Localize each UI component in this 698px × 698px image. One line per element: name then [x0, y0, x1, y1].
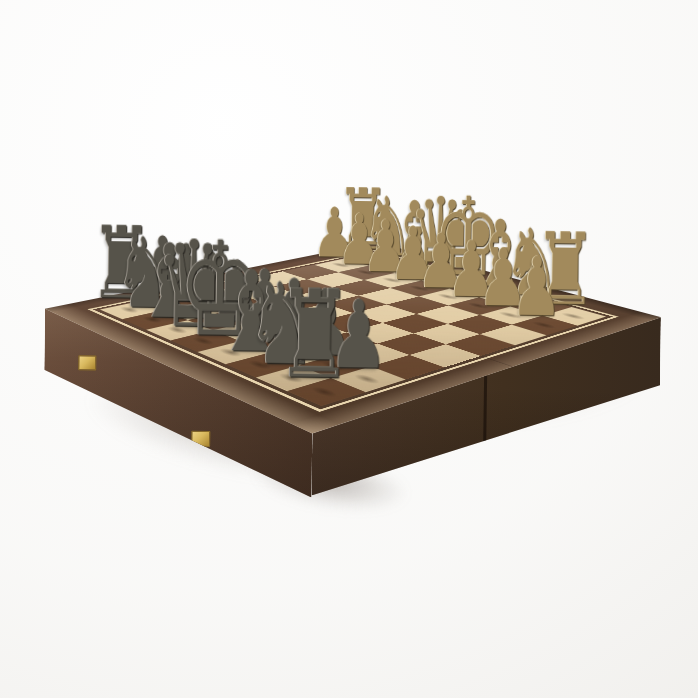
- product-photo: Folding walnut and maple chess box photo…: [0, 0, 698, 698]
- chess-board: ♜♞♝♛♚♝♞♜♟♟♟♟♟♟♟♟♟♟♟♟♟♟♟♟♜♞♝♛♚♝♞♜: [45, 242, 662, 433]
- white-pawn: ♟: [510, 248, 563, 326]
- board-grid: ♜♞♝♛♚♝♞♜♟♟♟♟♟♟♟♟♟♟♟♟♟♟♟♟♜♞♝♛♚♝♞♜: [100, 253, 606, 406]
- scene: ♜♞♝♛♚♝♞♜♟♟♟♟♟♟♟♟♟♟♟♟♟♟♟♟♜♞♝♛♚♝♞♜: [0, 0, 698, 698]
- black-rook: ♜: [274, 276, 353, 393]
- board-perspective: ♜♞♝♛♚♝♞♜♟♟♟♟♟♟♟♟♟♟♟♟♟♟♟♟♜♞♝♛♚♝♞♜: [0, 0, 698, 698]
